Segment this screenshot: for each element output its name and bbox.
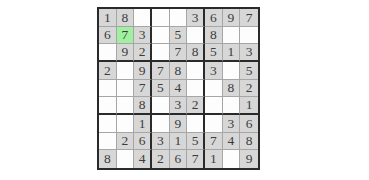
cell-r3c1[interactable] bbox=[99, 44, 117, 62]
cell-r3c9[interactable]: 3 bbox=[240, 44, 258, 62]
cell-r2c3[interactable]: 3 bbox=[134, 27, 152, 45]
cell-r4c9[interactable]: 5 bbox=[240, 62, 258, 80]
cell-r4c4[interactable]: 7 bbox=[152, 62, 170, 80]
cell-r3c6[interactable]: 8 bbox=[187, 44, 205, 62]
cell-r1c1[interactable]: 1 bbox=[99, 9, 117, 27]
cell-r9c6[interactable]: 7 bbox=[187, 150, 205, 168]
cell-r8c3[interactable]: 6 bbox=[134, 133, 152, 151]
cell-r7c8[interactable]: 3 bbox=[223, 115, 241, 133]
cell-r4c5[interactable]: 8 bbox=[170, 62, 188, 80]
cell-r2c7[interactable]: 8 bbox=[205, 27, 223, 45]
cell-r8c4[interactable]: 3 bbox=[152, 133, 170, 151]
page-background: 1836976735892785132978357548283211936263… bbox=[0, 0, 369, 180]
cell-r8c6[interactable]: 5 bbox=[187, 133, 205, 151]
cell-r9c3[interactable]: 4 bbox=[134, 150, 152, 168]
cell-r1c3[interactable] bbox=[134, 9, 152, 27]
cell-r3c7[interactable]: 5 bbox=[205, 44, 223, 62]
cell-r7c2[interactable] bbox=[117, 115, 135, 133]
cell-r5c3[interactable]: 7 bbox=[134, 80, 152, 98]
cell-r1c4[interactable] bbox=[152, 9, 170, 27]
cell-r1c6[interactable]: 3 bbox=[187, 9, 205, 27]
cell-r4c1[interactable]: 2 bbox=[99, 62, 117, 80]
cell-r4c7[interactable]: 3 bbox=[205, 62, 223, 80]
cell-r3c2[interactable]: 9 bbox=[117, 44, 135, 62]
cell-r7c6[interactable] bbox=[187, 115, 205, 133]
cell-r8c9[interactable]: 8 bbox=[240, 133, 258, 151]
cell-r7c7[interactable] bbox=[205, 115, 223, 133]
cell-r5c2[interactable] bbox=[117, 80, 135, 98]
cell-r2c9[interactable] bbox=[240, 27, 258, 45]
cell-r4c6[interactable] bbox=[187, 62, 205, 80]
cell-r1c2[interactable]: 8 bbox=[117, 9, 135, 27]
cell-r5c7[interactable] bbox=[205, 80, 223, 98]
cell-r2c2[interactable]: 7 bbox=[117, 27, 135, 45]
cell-r8c8[interactable]: 4 bbox=[223, 133, 241, 151]
cell-r4c8[interactable] bbox=[223, 62, 241, 80]
cell-r1c8[interactable]: 9 bbox=[223, 9, 241, 27]
cell-r8c1[interactable] bbox=[99, 133, 117, 151]
cell-r2c8[interactable] bbox=[223, 27, 241, 45]
cell-r6c3[interactable]: 8 bbox=[134, 97, 152, 115]
cell-r5c1[interactable] bbox=[99, 80, 117, 98]
cell-r1c5[interactable] bbox=[170, 9, 188, 27]
cell-r3c4[interactable] bbox=[152, 44, 170, 62]
cell-r7c1[interactable] bbox=[99, 115, 117, 133]
cell-r6c8[interactable] bbox=[223, 97, 241, 115]
cell-r8c5[interactable]: 1 bbox=[170, 133, 188, 151]
cell-r9c2[interactable] bbox=[117, 150, 135, 168]
cell-r8c7[interactable]: 7 bbox=[205, 133, 223, 151]
cell-r3c8[interactable]: 1 bbox=[223, 44, 241, 62]
cell-r6c9[interactable]: 1 bbox=[240, 97, 258, 115]
cell-r7c4[interactable] bbox=[152, 115, 170, 133]
cell-r2c1[interactable]: 6 bbox=[99, 27, 117, 45]
cell-r2c4[interactable] bbox=[152, 27, 170, 45]
cell-r9c8[interactable] bbox=[223, 150, 241, 168]
cell-r4c3[interactable]: 9 bbox=[134, 62, 152, 80]
cell-r6c4[interactable] bbox=[152, 97, 170, 115]
cell-r9c9[interactable]: 9 bbox=[240, 150, 258, 168]
cell-r9c1[interactable]: 8 bbox=[99, 150, 117, 168]
cell-r5c9[interactable]: 2 bbox=[240, 80, 258, 98]
cell-r3c3[interactable]: 2 bbox=[134, 44, 152, 62]
cell-r5c8[interactable]: 8 bbox=[223, 80, 241, 98]
cell-r5c6[interactable] bbox=[187, 80, 205, 98]
cell-r2c5[interactable]: 5 bbox=[170, 27, 188, 45]
cell-r9c7[interactable]: 1 bbox=[205, 150, 223, 168]
sudoku-board: 1836976735892785132978357548283211936263… bbox=[97, 7, 260, 170]
cell-r8c2[interactable]: 2 bbox=[117, 133, 135, 151]
cell-r2c6[interactable] bbox=[187, 27, 205, 45]
cell-r9c4[interactable]: 2 bbox=[152, 150, 170, 168]
cell-r1c7[interactable]: 6 bbox=[205, 9, 223, 27]
cell-r6c6[interactable]: 2 bbox=[187, 97, 205, 115]
cell-r6c2[interactable] bbox=[117, 97, 135, 115]
cell-r1c9[interactable]: 7 bbox=[240, 9, 258, 27]
cell-r7c9[interactable]: 6 bbox=[240, 115, 258, 133]
cell-r4c2[interactable] bbox=[117, 62, 135, 80]
cell-r6c7[interactable] bbox=[205, 97, 223, 115]
cell-r7c5[interactable]: 9 bbox=[170, 115, 188, 133]
cell-r7c3[interactable]: 1 bbox=[134, 115, 152, 133]
cell-r6c5[interactable]: 3 bbox=[170, 97, 188, 115]
cell-r5c4[interactable]: 5 bbox=[152, 80, 170, 98]
cell-r6c1[interactable] bbox=[99, 97, 117, 115]
cell-r9c5[interactable]: 6 bbox=[170, 150, 188, 168]
cell-r5c5[interactable]: 4 bbox=[170, 80, 188, 98]
cell-r3c5[interactable]: 7 bbox=[170, 44, 188, 62]
